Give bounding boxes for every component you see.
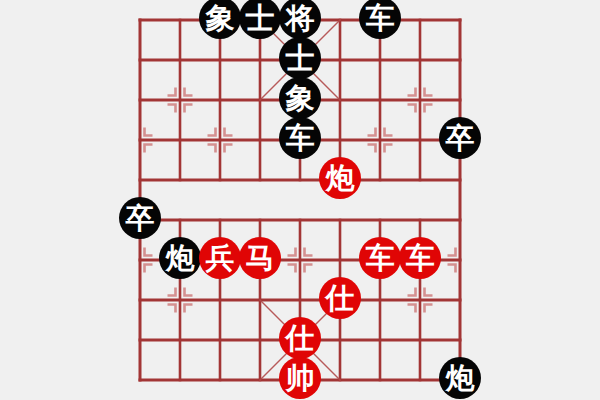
board-point-4-4[interactable] <box>280 160 320 200</box>
xiangqi-app: 象士将车士象车卒炮卒炮兵马车车仕仕帅炮 <box>0 0 600 400</box>
board-point-6-4[interactable] <box>360 160 400 200</box>
black-elephant-piece[interactable]: 象 <box>199 0 241 39</box>
red-pawn-piece[interactable]: 兵 <box>199 237 241 279</box>
board-point-3-4[interactable] <box>240 160 280 200</box>
board-point-3-1[interactable] <box>240 40 280 80</box>
black-chariot-piece[interactable]: 车 <box>279 117 321 159</box>
board-point-7-8[interactable] <box>400 320 440 360</box>
board-point-2-4[interactable] <box>200 160 240 200</box>
board-point-8-9[interactable]: 炮 <box>440 360 480 400</box>
board-point-3-3[interactable] <box>240 120 280 160</box>
board-point-8-2[interactable] <box>440 80 480 120</box>
xiangqi-board[interactable]: 象士将车士象车卒炮卒炮兵马车车仕仕帅炮 <box>120 0 480 400</box>
board-point-6-0[interactable]: 车 <box>360 0 400 40</box>
board-point-7-3[interactable] <box>400 120 440 160</box>
black-cannon-piece[interactable]: 炮 <box>439 357 481 399</box>
board-point-8-4[interactable] <box>440 160 480 200</box>
board-point-4-7[interactable] <box>280 280 320 320</box>
red-horse-piece[interactable]: 马 <box>239 237 281 279</box>
black-advisor-piece[interactable]: 士 <box>239 0 281 39</box>
board-point-4-6[interactable] <box>280 240 320 280</box>
board-point-1-8[interactable] <box>160 320 200 360</box>
black-elephant-piece[interactable]: 象 <box>279 77 321 119</box>
board-point-3-7[interactable] <box>240 280 280 320</box>
board-point-1-0[interactable] <box>160 0 200 40</box>
board-point-8-3[interactable]: 卒 <box>440 120 480 160</box>
black-advisor-piece[interactable]: 士 <box>279 37 321 79</box>
board-point-2-5[interactable] <box>200 200 240 240</box>
board-point-5-8[interactable] <box>320 320 360 360</box>
board-point-5-9[interactable] <box>320 360 360 400</box>
board-point-0-5[interactable]: 卒 <box>120 200 160 240</box>
board-point-4-2[interactable]: 象 <box>280 80 320 120</box>
board-point-5-5[interactable] <box>320 200 360 240</box>
board-point-1-5[interactable] <box>160 200 200 240</box>
board-point-5-7[interactable]: 仕 <box>320 280 360 320</box>
board-point-0-4[interactable] <box>120 160 160 200</box>
board-point-5-4[interactable]: 炮 <box>320 160 360 200</box>
black-soldier-piece[interactable]: 卒 <box>119 197 161 239</box>
board-point-7-2[interactable] <box>400 80 440 120</box>
board-point-3-9[interactable] <box>240 360 280 400</box>
board-point-2-9[interactable] <box>200 360 240 400</box>
board-point-8-0[interactable] <box>440 0 480 40</box>
board-point-4-3[interactable]: 车 <box>280 120 320 160</box>
board-point-5-3[interactable] <box>320 120 360 160</box>
board-point-6-9[interactable] <box>360 360 400 400</box>
board-point-6-6[interactable]: 车 <box>360 240 400 280</box>
board-point-1-3[interactable] <box>160 120 200 160</box>
board-point-6-3[interactable] <box>360 120 400 160</box>
board-point-0-6[interactable] <box>120 240 160 280</box>
board-point-5-0[interactable] <box>320 0 360 40</box>
board-point-4-0[interactable]: 将 <box>280 0 320 40</box>
black-soldier-piece[interactable]: 卒 <box>439 117 481 159</box>
board-point-1-4[interactable] <box>160 160 200 200</box>
board-point-6-8[interactable] <box>360 320 400 360</box>
board-point-3-5[interactable] <box>240 200 280 240</box>
red-chariot-piece[interactable]: 车 <box>399 237 441 279</box>
board-point-1-9[interactable] <box>160 360 200 400</box>
board-point-1-2[interactable] <box>160 80 200 120</box>
board-point-5-6[interactable] <box>320 240 360 280</box>
board-point-4-5[interactable] <box>280 200 320 240</box>
black-cannon-piece[interactable]: 炮 <box>159 237 201 279</box>
board-point-8-5[interactable] <box>440 200 480 240</box>
board-point-2-6[interactable]: 兵 <box>200 240 240 280</box>
board-point-1-1[interactable] <box>160 40 200 80</box>
board-point-3-6[interactable]: 马 <box>240 240 280 280</box>
board-point-7-5[interactable] <box>400 200 440 240</box>
board-point-0-7[interactable] <box>120 280 160 320</box>
board-point-7-6[interactable]: 车 <box>400 240 440 280</box>
red-advisor-piece[interactable]: 仕 <box>319 277 361 319</box>
board-point-0-1[interactable] <box>120 40 160 80</box>
board-point-5-1[interactable] <box>320 40 360 80</box>
black-general-piece[interactable]: 将 <box>279 0 321 39</box>
board-point-4-9[interactable]: 帅 <box>280 360 320 400</box>
board-point-7-7[interactable] <box>400 280 440 320</box>
board-point-7-1[interactable] <box>400 40 440 80</box>
board-point-0-2[interactable] <box>120 80 160 120</box>
red-advisor-piece[interactable]: 仕 <box>279 317 321 359</box>
board-point-7-4[interactable] <box>400 160 440 200</box>
board-point-0-3[interactable] <box>120 120 160 160</box>
board-point-1-7[interactable] <box>160 280 200 320</box>
red-general-piece[interactable]: 帅 <box>279 357 321 399</box>
board-point-7-0[interactable] <box>400 0 440 40</box>
board-point-8-1[interactable] <box>440 40 480 80</box>
board-point-6-7[interactable] <box>360 280 400 320</box>
board-point-7-9[interactable] <box>400 360 440 400</box>
board-point-0-0[interactable] <box>120 0 160 40</box>
board-point-8-6[interactable] <box>440 240 480 280</box>
board-point-4-1[interactable]: 士 <box>280 40 320 80</box>
board-point-3-2[interactable] <box>240 80 280 120</box>
board-point-2-0[interactable]: 象 <box>200 0 240 40</box>
board-point-0-8[interactable] <box>120 320 160 360</box>
black-chariot-piece[interactable]: 车 <box>359 0 401 39</box>
board-point-0-9[interactable] <box>120 360 160 400</box>
board-point-6-2[interactable] <box>360 80 400 120</box>
board-point-5-2[interactable] <box>320 80 360 120</box>
red-chariot-piece[interactable]: 车 <box>359 237 401 279</box>
board-point-2-8[interactable] <box>200 320 240 360</box>
board-point-1-6[interactable]: 炮 <box>160 240 200 280</box>
board-point-3-8[interactable] <box>240 320 280 360</box>
board-point-2-3[interactable] <box>200 120 240 160</box>
board-point-2-7[interactable] <box>200 280 240 320</box>
red-cannon-piece[interactable]: 炮 <box>319 157 361 199</box>
board-point-4-8[interactable]: 仕 <box>280 320 320 360</box>
board-point-6-5[interactable] <box>360 200 400 240</box>
board-point-6-1[interactable] <box>360 40 400 80</box>
board-point-3-0[interactable]: 士 <box>240 0 280 40</box>
board-point-2-2[interactable] <box>200 80 240 120</box>
board-point-2-1[interactable] <box>200 40 240 80</box>
board-point-8-7[interactable] <box>440 280 480 320</box>
board-point-8-8[interactable] <box>440 320 480 360</box>
